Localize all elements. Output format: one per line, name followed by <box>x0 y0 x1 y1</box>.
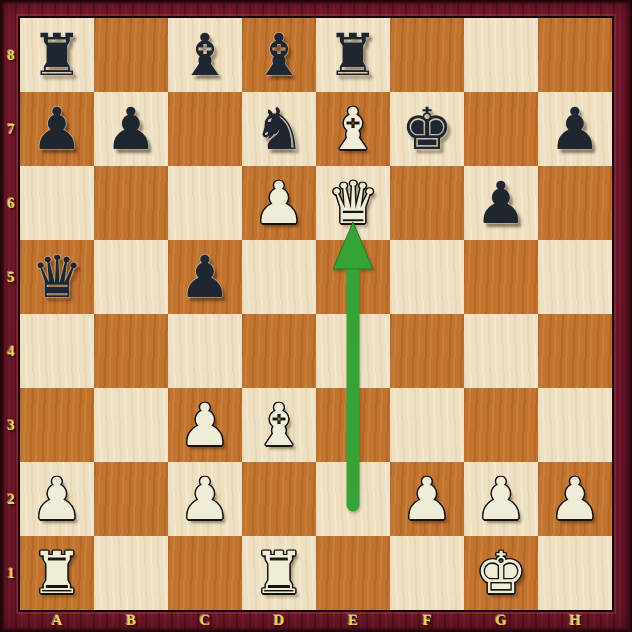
square-e2[interactable] <box>316 462 390 536</box>
square-f1[interactable] <box>390 536 464 610</box>
square-g2[interactable]: ♟ <box>464 462 538 536</box>
square-a2[interactable]: ♟ <box>20 462 94 536</box>
square-a6[interactable] <box>20 166 94 240</box>
file-labels: ABCDEFGH <box>20 610 612 630</box>
white-queen-e6[interactable]: ♛ <box>316 166 390 240</box>
square-b1[interactable] <box>94 536 168 610</box>
square-b4[interactable] <box>94 314 168 388</box>
square-f4[interactable] <box>390 314 464 388</box>
square-d7[interactable]: ♞ <box>242 92 316 166</box>
square-e1[interactable] <box>316 536 390 610</box>
rank-label-7: 7 <box>2 92 20 166</box>
rank-label-6: 6 <box>2 166 20 240</box>
square-e7[interactable]: ♝ <box>316 92 390 166</box>
white-rook-d1[interactable]: ♜ <box>242 536 316 610</box>
white-pawn-g2[interactable]: ♟ <box>464 462 538 536</box>
square-f2[interactable]: ♟ <box>390 462 464 536</box>
white-bishop-d3[interactable]: ♝ <box>242 388 316 462</box>
black-knight-d7[interactable]: ♞ <box>242 92 316 166</box>
square-h1[interactable] <box>538 536 612 610</box>
square-c2[interactable]: ♟ <box>168 462 242 536</box>
square-e8[interactable]: ♜ <box>316 18 390 92</box>
rank-label-2: 2 <box>2 462 20 536</box>
square-c1[interactable] <box>168 536 242 610</box>
rank-labels: 87654321 <box>2 18 20 610</box>
square-b3[interactable] <box>94 388 168 462</box>
square-c4[interactable] <box>168 314 242 388</box>
black-rook-a8[interactable]: ♜ <box>20 18 94 92</box>
black-bishop-c8[interactable]: ♝ <box>168 18 242 92</box>
rank-label-5: 5 <box>2 240 20 314</box>
black-pawn-c5[interactable]: ♟ <box>168 240 242 314</box>
square-d2[interactable] <box>242 462 316 536</box>
square-c6[interactable] <box>168 166 242 240</box>
white-pawn-c2[interactable]: ♟ <box>168 462 242 536</box>
square-g4[interactable] <box>464 314 538 388</box>
square-h6[interactable] <box>538 166 612 240</box>
rank-label-4: 4 <box>2 314 20 388</box>
file-label-d: D <box>242 610 316 630</box>
square-b2[interactable] <box>94 462 168 536</box>
square-c8[interactable]: ♝ <box>168 18 242 92</box>
black-pawn-a7[interactable]: ♟ <box>20 92 94 166</box>
square-h7[interactable]: ♟ <box>538 92 612 166</box>
square-d8[interactable]: ♝ <box>242 18 316 92</box>
rank-label-1: 1 <box>2 536 20 610</box>
file-label-f: F <box>390 610 464 630</box>
square-h5[interactable] <box>538 240 612 314</box>
white-king-g1[interactable]: ♚ <box>464 536 538 610</box>
white-bishop-e7[interactable]: ♝ <box>316 92 390 166</box>
square-f7[interactable]: ♚ <box>390 92 464 166</box>
square-b6[interactable] <box>94 166 168 240</box>
square-a4[interactable] <box>20 314 94 388</box>
black-pawn-g6[interactable]: ♟ <box>464 166 538 240</box>
square-b5[interactable] <box>94 240 168 314</box>
black-bishop-d8[interactable]: ♝ <box>242 18 316 92</box>
square-f5[interactable] <box>390 240 464 314</box>
file-label-h: H <box>538 610 612 630</box>
square-d5[interactable] <box>242 240 316 314</box>
white-pawn-d6[interactable]: ♟ <box>242 166 316 240</box>
square-a5[interactable]: ♛ <box>20 240 94 314</box>
square-g3[interactable] <box>464 388 538 462</box>
black-queen-a5[interactable]: ♛ <box>20 240 94 314</box>
file-label-g: G <box>464 610 538 630</box>
square-e5[interactable] <box>316 240 390 314</box>
square-a3[interactable] <box>20 388 94 462</box>
square-a1[interactable]: ♜ <box>20 536 94 610</box>
square-a8[interactable]: ♜ <box>20 18 94 92</box>
white-pawn-a2[interactable]: ♟ <box>20 462 94 536</box>
black-rook-e8[interactable]: ♜ <box>316 18 390 92</box>
white-pawn-h2[interactable]: ♟ <box>538 462 612 536</box>
square-f6[interactable] <box>390 166 464 240</box>
square-h3[interactable] <box>538 388 612 462</box>
white-pawn-c3[interactable]: ♟ <box>168 388 242 462</box>
file-label-c: C <box>168 610 242 630</box>
chessboard-frame: 87654321 ABCDEFGH ♜♝♝♜♟♟♞♝♚♟♟♛♟♛♟♟♝♟♟♟♟♟… <box>0 0 632 632</box>
square-g5[interactable] <box>464 240 538 314</box>
square-d6[interactable]: ♟ <box>242 166 316 240</box>
square-h8[interactable] <box>538 18 612 92</box>
square-g6[interactable]: ♟ <box>464 166 538 240</box>
square-e3[interactable] <box>316 388 390 462</box>
square-c3[interactable]: ♟ <box>168 388 242 462</box>
chess-board: ♜♝♝♜♟♟♞♝♚♟♟♛♟♛♟♟♝♟♟♟♟♟♜♜♚ <box>20 18 612 610</box>
square-d3[interactable]: ♝ <box>242 388 316 462</box>
square-g7[interactable] <box>464 92 538 166</box>
square-g8[interactable] <box>464 18 538 92</box>
file-label-a: A <box>20 610 94 630</box>
square-d4[interactable] <box>242 314 316 388</box>
file-label-e: E <box>316 610 390 630</box>
white-pawn-f2[interactable]: ♟ <box>390 462 464 536</box>
black-pawn-h7[interactable]: ♟ <box>538 92 612 166</box>
square-f3[interactable] <box>390 388 464 462</box>
rank-label-3: 3 <box>2 388 20 462</box>
square-f8[interactable] <box>390 18 464 92</box>
file-label-b: B <box>94 610 168 630</box>
white-rook-a1[interactable]: ♜ <box>20 536 94 610</box>
square-h4[interactable] <box>538 314 612 388</box>
square-e4[interactable] <box>316 314 390 388</box>
black-king-f7[interactable]: ♚ <box>390 92 464 166</box>
black-pawn-b7[interactable]: ♟ <box>94 92 168 166</box>
square-b7[interactable]: ♟ <box>94 92 168 166</box>
rank-label-8: 8 <box>2 18 20 92</box>
square-g1[interactable]: ♚ <box>464 536 538 610</box>
square-e6[interactable]: ♛ <box>316 166 390 240</box>
square-c7[interactable] <box>168 92 242 166</box>
square-h2[interactable]: ♟ <box>538 462 612 536</box>
square-b8[interactable] <box>94 18 168 92</box>
square-c5[interactable]: ♟ <box>168 240 242 314</box>
square-a7[interactable]: ♟ <box>20 92 94 166</box>
square-d1[interactable]: ♜ <box>242 536 316 610</box>
